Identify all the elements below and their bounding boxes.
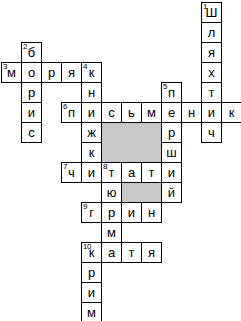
cell-letter: ш xyxy=(166,146,176,159)
cell-letter: и xyxy=(168,166,175,179)
cell-letter: м xyxy=(87,306,96,319)
cell-letter: х xyxy=(208,66,215,79)
cell-letter: о xyxy=(28,66,35,79)
clue-number-10: 10 xyxy=(83,243,91,251)
cell-letter: н xyxy=(148,206,155,219)
cell-r12c4: 10к xyxy=(81,242,102,263)
cell-r14c4: и xyxy=(81,282,102,303)
cell-letter: ь xyxy=(128,106,135,119)
cell-letter: р xyxy=(88,266,95,279)
gray-block-1 xyxy=(101,122,162,163)
cell-r1c10: л xyxy=(201,22,222,43)
cell-letter: р xyxy=(108,206,115,219)
cell-r8c7: т xyxy=(141,162,162,183)
cell-r5c1: и xyxy=(21,102,42,123)
cell-r10c5: р xyxy=(101,202,122,223)
cell-r7c4: к xyxy=(81,142,102,163)
cell-letter: и xyxy=(88,166,95,179)
cell-letter: г xyxy=(89,206,94,219)
clue-number-4: 4 xyxy=(83,63,87,71)
cell-letter: с xyxy=(28,126,35,139)
cell-r5c10: и xyxy=(201,102,222,123)
cell-r8c5: 8т xyxy=(101,162,122,183)
cell-r4c8: 5п xyxy=(161,82,182,103)
clue-number-1: 1 xyxy=(203,3,207,11)
cell-letter: Ш xyxy=(206,6,218,19)
cell-letter: к xyxy=(89,66,95,79)
crossword-board: 1Шл2бя3моря4кхрн5пти6письмениксжрчкш7чи8… xyxy=(0,0,241,321)
cell-letter: т xyxy=(149,166,155,179)
cell-r2c10: я xyxy=(201,42,222,63)
cell-letter: ч xyxy=(208,126,215,139)
cell-r6c1: с xyxy=(21,122,42,143)
cell-r4c4: н xyxy=(81,82,102,103)
cell-r3c10: х xyxy=(201,62,222,83)
cell-r3c3: я xyxy=(61,62,82,83)
cell-letter: ж xyxy=(87,126,96,139)
cell-letter: п xyxy=(168,86,175,99)
cell-letter: я xyxy=(148,246,155,259)
cell-letter: я xyxy=(68,66,75,79)
cell-letter: и xyxy=(208,106,215,119)
cell-r5c9: н xyxy=(181,102,202,123)
cell-letter: ч xyxy=(68,166,75,179)
cell-letter: и xyxy=(128,206,135,219)
clue-number-2: 2 xyxy=(23,43,27,51)
cell-r15c4: м xyxy=(81,302,102,321)
cell-letter: н xyxy=(88,86,95,99)
cell-letter: и xyxy=(88,286,95,299)
cell-r12c5: а xyxy=(101,242,122,263)
cell-letter: б xyxy=(28,46,35,59)
cell-r4c1: р xyxy=(21,82,42,103)
cell-r8c4: и xyxy=(81,162,102,183)
cell-letter: к xyxy=(229,106,235,119)
cell-r3c4: 4к xyxy=(81,62,102,83)
cell-r3c1: о xyxy=(21,62,42,83)
cell-r13c4: р xyxy=(81,262,102,283)
cell-r10c4: 9г xyxy=(81,202,102,223)
cell-r3c0: 3м xyxy=(1,62,22,83)
cell-letter: к xyxy=(89,146,95,159)
cell-r0c10: 1Ш xyxy=(201,2,222,23)
cell-letter: м xyxy=(147,106,156,119)
cell-letter: я xyxy=(208,46,215,59)
cell-r10c6: и xyxy=(121,202,142,223)
cell-letter: т xyxy=(209,86,215,99)
cell-letter: р xyxy=(28,86,35,99)
clue-number-7: 7 xyxy=(63,163,67,171)
cell-letter: т xyxy=(109,166,115,179)
cell-letter: л xyxy=(208,26,216,39)
cell-letter: р xyxy=(48,66,55,79)
cell-letter: т xyxy=(129,246,135,259)
cell-letter: и xyxy=(28,106,35,119)
cell-r5c11: к xyxy=(221,102,241,123)
cell-letter: м xyxy=(107,226,116,239)
clue-number-6: 6 xyxy=(63,103,67,111)
cell-r4c10: т xyxy=(201,82,222,103)
cell-r12c7: я xyxy=(141,242,162,263)
cell-letter: с xyxy=(108,106,115,119)
cell-r6c10: ч xyxy=(201,122,222,143)
cell-letter: а xyxy=(108,246,115,259)
cell-letter: н xyxy=(188,106,195,119)
cell-r11c5: м xyxy=(101,222,122,243)
cell-r7c8: ш xyxy=(161,142,182,163)
cell-r8c8: и xyxy=(161,162,182,183)
cell-r2c1: 2б xyxy=(21,42,42,63)
clue-number-8: 8 xyxy=(103,163,107,171)
cell-letter: р xyxy=(168,126,175,139)
clue-number-5: 5 xyxy=(163,83,167,91)
gray-block-2 xyxy=(121,182,162,203)
cell-r6c4: ж xyxy=(81,122,102,143)
cell-r5c4: и xyxy=(81,102,102,123)
cell-letter: м xyxy=(7,66,16,79)
cell-r6c8: р xyxy=(161,122,182,143)
cell-r5c8: е xyxy=(161,102,182,123)
cell-letter: и xyxy=(88,106,95,119)
cell-letter: е xyxy=(168,106,175,119)
cell-r8c3: 7ч xyxy=(61,162,82,183)
clue-number-3: 3 xyxy=(3,63,7,71)
cell-r5c7: м xyxy=(141,102,162,123)
cell-r5c3: 6п xyxy=(61,102,82,123)
clue-number-9: 9 xyxy=(83,203,87,211)
cell-r3c2: р xyxy=(41,62,62,83)
cell-letter: а xyxy=(128,166,135,179)
cell-r8c6: а xyxy=(121,162,142,183)
cell-letter: п xyxy=(68,106,75,119)
cell-r5c6: ь xyxy=(121,102,142,123)
cell-letter: ю xyxy=(107,186,117,199)
cell-r5c5: с xyxy=(101,102,122,123)
cell-r10c7: н xyxy=(141,202,162,223)
cell-r9c5: ю xyxy=(101,182,122,203)
cell-letter: й xyxy=(168,186,175,199)
cell-r9c8: й xyxy=(161,182,182,203)
cell-r12c6: т xyxy=(121,242,142,263)
